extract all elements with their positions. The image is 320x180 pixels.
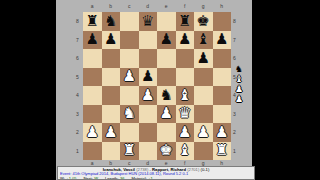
square-d4[interactable]: ♟ bbox=[139, 86, 158, 105]
square-h6[interactable] bbox=[213, 49, 232, 68]
file-label-d: d bbox=[139, 3, 158, 9]
square-g1[interactable] bbox=[194, 142, 213, 161]
square-c5[interactable]: ♟ bbox=[120, 68, 139, 87]
rank-label-7: 7 bbox=[76, 31, 79, 50]
square-c6[interactable] bbox=[120, 49, 139, 68]
file-label-a: a bbox=[83, 3, 102, 9]
piece-white-pawn: ♟ bbox=[160, 106, 173, 121]
piece-white-pawn: ♟ bbox=[86, 125, 99, 140]
white-bishop-icon: ♝ bbox=[235, 74, 243, 84]
board-panel: abcdefgh 87654321 ♜♞♛♜♚♟♟♟♟♝♟♟♟♟♟♞♝♞♟♛♟♟… bbox=[56, 0, 252, 180]
piece-white-pawn: ♟ bbox=[123, 69, 136, 84]
piece-black-king: ♚ bbox=[197, 14, 210, 29]
square-h3[interactable] bbox=[213, 105, 232, 124]
square-c4[interactable] bbox=[120, 86, 139, 105]
square-f6[interactable] bbox=[176, 49, 195, 68]
rank-label-2: 2 bbox=[76, 123, 79, 142]
piece-black-bishop: ♝ bbox=[197, 32, 210, 47]
square-g6[interactable]: ♟ bbox=[194, 49, 213, 68]
square-b5[interactable] bbox=[102, 68, 121, 87]
file-label-f: f bbox=[176, 3, 195, 9]
square-d8[interactable]: ♛ bbox=[139, 12, 158, 31]
black-knight-icon: ♞ bbox=[235, 64, 243, 74]
piece-white-rook: ♜ bbox=[123, 143, 136, 158]
white-pawn-icon: ♟ bbox=[235, 84, 243, 94]
square-d2[interactable] bbox=[139, 123, 158, 142]
rank-label-3: 3 bbox=[76, 105, 79, 124]
piece-white-bishop: ♝ bbox=[178, 88, 191, 103]
square-a8[interactable]: ♜ bbox=[83, 12, 102, 31]
square-b8[interactable]: ♞ bbox=[102, 12, 121, 31]
square-a1[interactable] bbox=[83, 142, 102, 161]
file-label-g: g bbox=[194, 3, 213, 9]
square-g8[interactable]: ♚ bbox=[194, 12, 213, 31]
square-b6[interactable] bbox=[102, 49, 121, 68]
square-g2[interactable]: ♟ bbox=[194, 123, 213, 142]
square-f3[interactable]: ♛ bbox=[176, 105, 195, 124]
piece-black-queen: ♛ bbox=[141, 14, 154, 29]
rank-label-5: 5 bbox=[76, 68, 79, 87]
square-h2[interactable]: ♟ bbox=[213, 123, 232, 142]
square-g3[interactable] bbox=[194, 105, 213, 124]
piece-white-pawn: ♟ bbox=[178, 125, 191, 140]
rank-labels-left: 87654321 bbox=[76, 12, 79, 160]
square-h8[interactable] bbox=[213, 12, 232, 31]
piece-white-queen: ♛ bbox=[178, 106, 191, 121]
piece-white-pawn: ♟ bbox=[215, 125, 228, 140]
piece-black-rook: ♜ bbox=[86, 14, 99, 29]
game-result: (0-1) bbox=[200, 167, 209, 172]
square-d1[interactable] bbox=[139, 142, 158, 161]
square-f2[interactable]: ♟ bbox=[176, 123, 195, 142]
square-h5[interactable] bbox=[213, 68, 232, 87]
rank-label-6: 6 bbox=[76, 49, 79, 68]
file-labels-top: abcdefgh bbox=[83, 3, 231, 9]
square-c7[interactable] bbox=[120, 31, 139, 50]
square-a4[interactable] bbox=[83, 86, 102, 105]
square-e6[interactable] bbox=[157, 49, 176, 68]
captured-material-tray: ♞♝♟♟ bbox=[235, 64, 243, 104]
square-f1[interactable]: ♝ bbox=[176, 142, 195, 161]
square-g7[interactable]: ♝ bbox=[194, 31, 213, 50]
piece-black-knight: ♞ bbox=[160, 88, 173, 103]
piece-black-pawn: ♟ bbox=[160, 32, 173, 47]
square-h4[interactable] bbox=[213, 86, 232, 105]
square-b3[interactable] bbox=[102, 105, 121, 124]
piece-white-bishop: ♝ bbox=[178, 143, 191, 158]
piece-white-knight: ♞ bbox=[123, 106, 136, 121]
stat-next: Next:W bbox=[83, 177, 98, 180]
file-label-c: c bbox=[120, 3, 139, 9]
square-d7[interactable] bbox=[139, 31, 158, 50]
rank-label-7: 7 bbox=[233, 31, 236, 50]
square-c1[interactable]: ♜ bbox=[120, 142, 139, 161]
stats-line: W:+1.05 Next:W Length:36 Material:+1 bbox=[60, 177, 252, 180]
piece-black-pawn: ♟ bbox=[86, 32, 99, 47]
piece-black-pawn: ♟ bbox=[141, 69, 154, 84]
square-a3[interactable] bbox=[83, 105, 102, 124]
square-f5[interactable] bbox=[176, 68, 195, 87]
piece-white-king: ♚ bbox=[160, 143, 173, 158]
black-player-elo: (2701) bbox=[187, 167, 199, 172]
piece-black-pawn: ♟ bbox=[197, 51, 210, 66]
stat-white: W:+1.05 bbox=[60, 177, 76, 180]
square-c3[interactable]: ♞ bbox=[120, 105, 139, 124]
square-g4[interactable] bbox=[194, 86, 213, 105]
stat-length: Length:36 bbox=[105, 177, 124, 180]
square-f4[interactable]: ♝ bbox=[176, 86, 195, 105]
square-e1[interactable]: ♚ bbox=[157, 142, 176, 161]
square-c8[interactable] bbox=[120, 12, 139, 31]
square-e7[interactable]: ♟ bbox=[157, 31, 176, 50]
piece-black-knight: ♞ bbox=[104, 14, 117, 29]
piece-white-pawn: ♟ bbox=[141, 88, 154, 103]
rank-label-2: 2 bbox=[233, 123, 236, 142]
stat-material: Material:+1 bbox=[131, 177, 152, 180]
white-pawn-icon: ♟ bbox=[235, 94, 243, 104]
rank-label-8: 8 bbox=[76, 12, 79, 31]
piece-black-pawn: ♟ bbox=[215, 32, 228, 47]
square-d5[interactable]: ♟ bbox=[139, 68, 158, 87]
square-a6[interactable] bbox=[83, 49, 102, 68]
piece-white-rook: ♜ bbox=[215, 143, 228, 158]
game-caption: Ivanchuk, Vassil (2738) - Rapport, Richa… bbox=[57, 166, 255, 180]
piece-black-pawn: ♟ bbox=[104, 32, 117, 47]
piece-black-rook: ♜ bbox=[178, 14, 191, 29]
piece-white-pawn: ♟ bbox=[197, 125, 210, 140]
square-e3[interactable]: ♟ bbox=[157, 105, 176, 124]
square-f7[interactable]: ♟ bbox=[176, 31, 195, 50]
square-g5[interactable] bbox=[194, 68, 213, 87]
square-b7[interactable]: ♟ bbox=[102, 31, 121, 50]
square-d6[interactable] bbox=[139, 49, 158, 68]
square-e4[interactable]: ♞ bbox=[157, 86, 176, 105]
square-b2[interactable]: ♟ bbox=[102, 123, 121, 142]
square-e2[interactable] bbox=[157, 123, 176, 142]
rank-label-4: 4 bbox=[76, 86, 79, 105]
square-c2[interactable] bbox=[120, 123, 139, 142]
file-label-h: h bbox=[213, 3, 232, 9]
square-a7[interactable]: ♟ bbox=[83, 31, 102, 50]
square-h1[interactable]: ♜ bbox=[213, 142, 232, 161]
file-label-b: b bbox=[102, 3, 121, 9]
rank-label-3: 3 bbox=[233, 105, 236, 124]
square-d3[interactable] bbox=[139, 105, 158, 124]
square-h7[interactable]: ♟ bbox=[213, 31, 232, 50]
piece-white-pawn: ♟ bbox=[104, 125, 117, 140]
square-f8[interactable]: ♜ bbox=[176, 12, 195, 31]
piece-black-pawn: ♟ bbox=[178, 32, 191, 47]
rank-label-1: 1 bbox=[233, 142, 236, 161]
square-e8[interactable] bbox=[157, 12, 176, 31]
square-b1[interactable] bbox=[102, 142, 121, 161]
file-label-e: e bbox=[157, 3, 176, 9]
square-b4[interactable] bbox=[102, 86, 121, 105]
rank-label-8: 8 bbox=[233, 12, 236, 31]
rank-label-1: 1 bbox=[76, 142, 79, 161]
square-a5[interactable] bbox=[83, 68, 102, 87]
square-a2[interactable]: ♟ bbox=[83, 123, 102, 142]
square-e5[interactable] bbox=[157, 68, 176, 87]
chess-board[interactable]: ♜♞♛♜♚♟♟♟♟♝♟♟♟♟♟♞♝♞♟♛♟♟♟♟♟♜♚♝♜ bbox=[83, 12, 231, 160]
